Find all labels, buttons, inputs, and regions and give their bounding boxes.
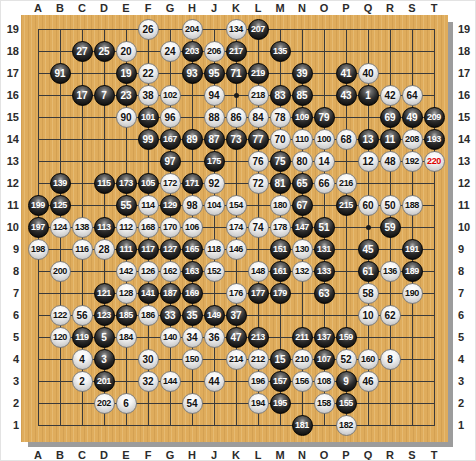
move-number: 193 xyxy=(427,134,441,144)
stone-P16: 43 xyxy=(336,85,357,106)
move-number: 38 xyxy=(142,89,153,100)
move-number: 51 xyxy=(318,221,329,232)
move-number: 167 xyxy=(163,134,177,144)
col-label-bottom-F: F xyxy=(139,448,157,461)
move-number: 220 xyxy=(427,156,441,166)
row-label-left-16: 16 xyxy=(1,88,19,102)
stone-B6: 122 xyxy=(50,305,71,326)
move-number: 34 xyxy=(186,331,197,342)
move-number: 19 xyxy=(120,67,131,78)
stone-F14: 99 xyxy=(138,129,159,150)
stone-S11: 188 xyxy=(402,195,423,216)
col-label-bottom-B: B xyxy=(51,448,69,461)
move-number: 41 xyxy=(340,67,351,78)
move-number: 46 xyxy=(362,375,373,386)
row-label-left-8: 8 xyxy=(1,264,19,278)
stone-J3: 44 xyxy=(204,371,225,392)
move-number: 209 xyxy=(427,112,441,122)
move-number: 13 xyxy=(362,133,373,144)
stone-A9: 198 xyxy=(28,239,49,260)
move-number: 12 xyxy=(362,155,373,166)
stone-D16: 7 xyxy=(94,85,115,106)
move-number: 137 xyxy=(317,332,331,342)
move-number: 140 xyxy=(163,332,177,342)
col-label-bottom-H: H xyxy=(183,448,201,461)
move-number: 26 xyxy=(142,23,153,34)
stone-R15: 69 xyxy=(380,107,401,128)
stone-L8: 148 xyxy=(248,261,269,282)
row-label-left-14: 14 xyxy=(1,132,19,146)
stone-D4: 3 xyxy=(94,349,115,370)
stone-R14: 11 xyxy=(380,129,401,150)
stone-H6: 35 xyxy=(182,305,203,326)
stone-E15: 90 xyxy=(116,107,137,128)
stone-N1: 181 xyxy=(292,415,313,436)
move-number: 204 xyxy=(185,24,199,34)
stone-N4: 210 xyxy=(292,349,313,370)
move-number: 177 xyxy=(251,288,265,298)
move-number: 136 xyxy=(383,266,397,276)
star-point xyxy=(366,225,371,230)
stone-O3: 108 xyxy=(314,371,335,392)
stone-G16: 102 xyxy=(160,85,181,106)
stone-H4: 150 xyxy=(182,349,203,370)
move-number: 139 xyxy=(53,178,67,188)
stone-L7: 177 xyxy=(248,283,269,304)
move-number: 6 xyxy=(123,397,129,408)
stone-J5: 36 xyxy=(204,327,225,348)
move-number: 97 xyxy=(164,155,175,166)
move-number: 121 xyxy=(97,288,111,298)
row-label-right-1: 1 xyxy=(458,418,476,432)
move-number: 172 xyxy=(163,178,177,188)
move-number: 5 xyxy=(101,331,107,342)
stone-R13: 48 xyxy=(380,151,401,172)
move-number: 104 xyxy=(207,200,221,210)
move-number: 24 xyxy=(164,45,175,56)
move-number: 175 xyxy=(207,156,221,166)
stone-N10: 147 xyxy=(292,217,313,238)
move-number: 36 xyxy=(208,331,219,342)
stone-G7: 187 xyxy=(160,283,181,304)
stone-R10: 59 xyxy=(380,217,401,238)
stone-Q11: 60 xyxy=(358,195,379,216)
row-label-right-15: 15 xyxy=(458,110,476,124)
move-number: 42 xyxy=(384,89,395,100)
row-label-right-17: 17 xyxy=(458,66,476,80)
row-label-left-13: 13 xyxy=(1,154,19,168)
stone-M14: 70 xyxy=(270,129,291,150)
col-label-top-N: N xyxy=(293,1,311,15)
move-number: 72 xyxy=(252,177,263,188)
stone-N15: 109 xyxy=(292,107,313,128)
stone-O4: 107 xyxy=(314,349,335,370)
move-number: 176 xyxy=(229,288,243,298)
move-number: 64 xyxy=(406,89,417,100)
move-number: 125 xyxy=(53,200,67,210)
row-label-right-14: 14 xyxy=(458,132,476,146)
stone-D7: 121 xyxy=(94,283,115,304)
move-number: 132 xyxy=(295,266,309,276)
move-number: 196 xyxy=(251,376,265,386)
stone-G18: 24 xyxy=(160,41,181,62)
move-number: 91 xyxy=(54,67,65,78)
move-number: 55 xyxy=(120,199,131,210)
stone-H11: 98 xyxy=(182,195,203,216)
stone-E17: 19 xyxy=(116,63,137,84)
stone-S9: 191 xyxy=(402,239,423,260)
move-number: 174 xyxy=(229,222,243,232)
stone-J9: 118 xyxy=(204,239,225,260)
move-number: 122 xyxy=(53,310,67,320)
move-number: 155 xyxy=(339,398,353,408)
row-label-right-12: 12 xyxy=(458,176,476,190)
move-number: 218 xyxy=(251,90,265,100)
row-label-left-1: 1 xyxy=(1,418,19,432)
stone-P14: 68 xyxy=(336,129,357,150)
col-label-top-Q: Q xyxy=(359,1,377,15)
stone-B11: 125 xyxy=(50,195,71,216)
move-number: 158 xyxy=(317,398,331,408)
move-number: 40 xyxy=(362,67,373,78)
stone-F11: 114 xyxy=(138,195,159,216)
stone-F16: 38 xyxy=(138,85,159,106)
col-label-top-G: G xyxy=(161,1,179,15)
stone-R8: 136 xyxy=(380,261,401,282)
col-label-bottom-L: L xyxy=(249,448,267,461)
move-number: 212 xyxy=(251,354,265,364)
move-number: 10 xyxy=(362,309,373,320)
move-number: 7 xyxy=(101,89,107,100)
row-label-right-6: 6 xyxy=(458,308,476,322)
move-number: 200 xyxy=(53,266,67,276)
stone-D18: 25 xyxy=(94,41,115,62)
row-label-right-11: 11 xyxy=(458,198,476,212)
stone-J14: 87 xyxy=(204,129,225,150)
stone-D10: 113 xyxy=(94,217,115,238)
row-label-right-4: 4 xyxy=(458,352,476,366)
stone-K6: 37 xyxy=(226,305,247,326)
row-label-left-7: 7 xyxy=(1,286,19,300)
stone-L17: 219 xyxy=(248,63,269,84)
move-number: 180 xyxy=(273,200,287,210)
col-label-top-C: C xyxy=(73,1,91,15)
row-label-right-3: 3 xyxy=(458,374,476,388)
row-label-right-19: 19 xyxy=(458,22,476,36)
stone-Q7: 58 xyxy=(358,283,379,304)
stone-O9: 131 xyxy=(314,239,335,260)
stone-Q8: 61 xyxy=(358,261,379,282)
stone-C18: 27 xyxy=(72,41,93,62)
row-label-left-5: 5 xyxy=(1,330,19,344)
move-number: 185 xyxy=(119,310,133,320)
move-number: 128 xyxy=(119,288,133,298)
move-number: 165 xyxy=(185,244,199,254)
stone-E5: 184 xyxy=(116,327,137,348)
stone-L2: 194 xyxy=(248,393,269,414)
stone-M11: 180 xyxy=(270,195,291,216)
move-number: 157 xyxy=(273,376,287,386)
stone-L14: 77 xyxy=(248,129,269,150)
stone-P11: 215 xyxy=(336,195,357,216)
stone-F19: 26 xyxy=(138,19,159,40)
col-label-bottom-C: C xyxy=(73,448,91,461)
move-number: 22 xyxy=(142,67,153,78)
move-number: 184 xyxy=(119,332,133,342)
move-number: 202 xyxy=(97,398,111,408)
move-number: 147 xyxy=(295,222,309,232)
stone-J11: 104 xyxy=(204,195,225,216)
row-label-left-4: 4 xyxy=(1,352,19,366)
move-number: 101 xyxy=(141,112,155,122)
move-number: 45 xyxy=(362,243,373,254)
stone-G9: 127 xyxy=(160,239,181,260)
stone-N5: 211 xyxy=(292,327,313,348)
move-number: 191 xyxy=(405,244,419,254)
move-number: 216 xyxy=(339,178,353,188)
col-label-bottom-Q: Q xyxy=(359,448,377,461)
move-number: 105 xyxy=(141,178,155,188)
stone-F6: 186 xyxy=(138,305,159,326)
move-number: 116 xyxy=(75,244,88,254)
move-number: 17 xyxy=(76,89,87,100)
move-number: 131 xyxy=(317,244,331,254)
stone-G13: 97 xyxy=(160,151,181,172)
move-number: 151 xyxy=(273,244,287,254)
stone-E16: 23 xyxy=(116,85,137,106)
move-number: 111 xyxy=(120,244,133,254)
stone-T14: 193 xyxy=(424,129,445,150)
stone-O13: 14 xyxy=(314,151,335,172)
stone-D6: 123 xyxy=(94,305,115,326)
stone-Q4: 160 xyxy=(358,349,379,370)
move-number: 33 xyxy=(164,309,175,320)
stone-F4: 30 xyxy=(138,349,159,370)
move-number: 8 xyxy=(387,353,393,364)
move-number: 129 xyxy=(163,200,177,210)
move-number: 99 xyxy=(142,133,153,144)
stone-G15: 96 xyxy=(160,107,181,128)
row-label-left-17: 17 xyxy=(1,66,19,80)
stone-S13: 192 xyxy=(402,151,423,172)
move-number: 9 xyxy=(343,375,349,386)
stone-P12: 216 xyxy=(336,173,357,194)
stone-N13: 80 xyxy=(292,151,313,172)
col-label-top-T: T xyxy=(425,1,443,15)
row-label-left-10: 10 xyxy=(1,220,19,234)
move-number: 37 xyxy=(230,309,241,320)
stone-B10: 124 xyxy=(50,217,71,238)
stone-L13: 76 xyxy=(248,151,269,172)
stone-D5: 5 xyxy=(94,327,115,348)
move-number: 135 xyxy=(273,46,287,56)
stone-P17: 41 xyxy=(336,63,357,84)
stone-N14: 110 xyxy=(292,129,313,150)
stone-K10: 174 xyxy=(226,217,247,238)
stone-B12: 139 xyxy=(50,173,71,194)
stone-G8: 162 xyxy=(160,261,181,282)
stone-H12: 171 xyxy=(182,173,203,194)
stone-B8: 200 xyxy=(50,261,71,282)
move-number: 3 xyxy=(101,353,107,364)
stone-K7: 176 xyxy=(226,283,247,304)
stone-F10: 168 xyxy=(138,217,159,238)
stone-J15: 88 xyxy=(204,107,225,128)
stone-E10: 112 xyxy=(116,217,137,238)
move-number: 181 xyxy=(295,420,309,430)
move-number: 114 xyxy=(141,200,154,210)
stone-P1: 182 xyxy=(336,415,357,436)
row-label-left-9: 9 xyxy=(1,242,19,256)
move-number: 203 xyxy=(185,46,199,56)
move-number: 208 xyxy=(405,134,419,144)
stone-O5: 137 xyxy=(314,327,335,348)
move-number: 93 xyxy=(186,67,197,78)
move-number: 63 xyxy=(318,287,329,298)
move-number: 215 xyxy=(339,200,353,210)
move-number: 52 xyxy=(340,353,351,364)
move-number: 115 xyxy=(97,178,110,188)
stone-A10: 197 xyxy=(28,217,49,238)
stone-P4: 52 xyxy=(336,349,357,370)
move-number: 188 xyxy=(405,200,419,210)
move-number: 20 xyxy=(120,45,131,56)
stone-H9: 165 xyxy=(182,239,203,260)
move-number: 15 xyxy=(274,353,285,364)
stone-E12: 173 xyxy=(116,173,137,194)
stone-L16: 218 xyxy=(248,85,269,106)
move-number: 11 xyxy=(385,133,396,144)
row-label-right-9: 9 xyxy=(458,242,476,256)
stone-G10: 170 xyxy=(160,217,181,238)
stone-R4: 8 xyxy=(380,349,401,370)
stone-P5: 159 xyxy=(336,327,357,348)
move-number: 127 xyxy=(163,244,177,254)
stone-L19: 207 xyxy=(248,19,269,40)
move-number: 25 xyxy=(98,45,109,56)
move-number: 108 xyxy=(317,376,331,386)
stone-O14: 100 xyxy=(314,129,335,150)
move-number: 76 xyxy=(252,155,263,166)
move-number: 138 xyxy=(75,222,89,232)
stone-K15: 86 xyxy=(226,107,247,128)
stone-F17: 22 xyxy=(138,63,159,84)
stone-P2: 155 xyxy=(336,393,357,414)
row-label-right-13: 13 xyxy=(458,154,476,168)
move-number: 96 xyxy=(164,111,175,122)
move-number: 119 xyxy=(75,332,88,342)
stone-K5: 47 xyxy=(226,327,247,348)
stone-F3: 32 xyxy=(138,371,159,392)
move-number: 28 xyxy=(98,243,109,254)
stone-C6: 56 xyxy=(72,305,93,326)
stone-E2: 6 xyxy=(116,393,137,414)
stone-E11: 55 xyxy=(116,195,137,216)
stone-O2: 158 xyxy=(314,393,335,414)
move-number: 14 xyxy=(318,155,329,166)
stone-K18: 217 xyxy=(226,41,247,62)
stone-S15: 49 xyxy=(402,107,423,128)
move-number: 94 xyxy=(208,89,219,100)
move-number: 66 xyxy=(318,177,329,188)
col-label-bottom-K: K xyxy=(227,448,245,461)
move-number: 85 xyxy=(296,89,307,100)
stone-L5: 213 xyxy=(248,327,269,348)
move-number: 210 xyxy=(295,354,309,364)
move-number: 133 xyxy=(317,266,331,276)
move-number: 60 xyxy=(362,199,373,210)
move-number: 106 xyxy=(185,222,199,232)
stone-S8: 189 xyxy=(402,261,423,282)
stone-Q17: 40 xyxy=(358,63,379,84)
stone-H10: 106 xyxy=(182,217,203,238)
move-number: 68 xyxy=(340,133,351,144)
move-number: 182 xyxy=(339,420,353,430)
move-number: 79 xyxy=(318,111,329,122)
move-number: 92 xyxy=(208,177,219,188)
stone-N11: 67 xyxy=(292,195,313,216)
move-number: 123 xyxy=(97,310,111,320)
stone-N16: 85 xyxy=(292,85,313,106)
stone-Q13: 12 xyxy=(358,151,379,172)
col-label-bottom-O: O xyxy=(315,448,333,461)
stone-O15: 79 xyxy=(314,107,335,128)
row-label-left-3: 3 xyxy=(1,374,19,388)
stone-M10: 178 xyxy=(270,217,291,238)
stone-R11: 50 xyxy=(380,195,401,216)
move-number: 50 xyxy=(384,199,395,210)
move-number: 47 xyxy=(230,331,241,342)
col-label-top-H: H xyxy=(183,1,201,15)
stone-K9: 146 xyxy=(226,239,247,260)
move-number: 163 xyxy=(185,266,199,276)
move-number: 217 xyxy=(229,46,243,56)
stone-M4: 15 xyxy=(270,349,291,370)
stone-M18: 135 xyxy=(270,41,291,62)
move-number: 35 xyxy=(186,309,197,320)
col-label-top-K: K xyxy=(227,1,245,15)
stone-M9: 151 xyxy=(270,239,291,260)
move-number: 32 xyxy=(142,375,153,386)
stone-Q16: 1 xyxy=(358,85,379,106)
move-number: 187 xyxy=(163,288,177,298)
stone-C9: 116 xyxy=(72,239,93,260)
move-number: 48 xyxy=(384,155,395,166)
stone-H5: 34 xyxy=(182,327,203,348)
move-number: 169 xyxy=(185,288,199,298)
col-label-bottom-M: M xyxy=(271,448,289,461)
move-number: 102 xyxy=(163,90,177,100)
move-number: 80 xyxy=(296,155,307,166)
stone-G5: 140 xyxy=(160,327,181,348)
move-number: 27 xyxy=(76,45,87,56)
stone-R16: 42 xyxy=(380,85,401,106)
move-number: 2 xyxy=(79,375,85,386)
move-number: 117 xyxy=(141,244,154,254)
move-number: 126 xyxy=(141,266,155,276)
move-number: 219 xyxy=(251,68,265,78)
move-number: 81 xyxy=(274,177,285,188)
stone-D2: 202 xyxy=(94,393,115,414)
move-number: 213 xyxy=(251,332,265,342)
move-number: 59 xyxy=(384,221,395,232)
stone-M8: 161 xyxy=(270,261,291,282)
move-number: 75 xyxy=(274,155,285,166)
stone-E8: 142 xyxy=(116,261,137,282)
move-number: 107 xyxy=(317,354,331,364)
move-number: 43 xyxy=(340,89,351,100)
stone-L12: 72 xyxy=(248,173,269,194)
